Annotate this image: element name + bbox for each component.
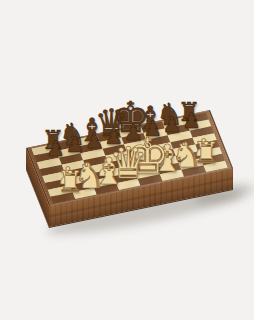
- white-rook-a1[interactable]: ♜: [57, 167, 84, 197]
- black-pawn-b7[interactable]: ♟: [65, 133, 84, 155]
- black-pawn-h7[interactable]: ♟: [182, 109, 201, 131]
- product-photo-scene: ♜♞♝♛♚♝♞♜♟♟♟♟♟♟♟♟♟♟♟♟♟♟♟♟♜♞♝♛♚♝♞♜: [0, 0, 254, 320]
- black-pawn-a7[interactable]: ♟: [46, 137, 65, 159]
- black-pawn-c7[interactable]: ♟: [85, 129, 104, 151]
- pieces-layer: ♜♞♝♛♚♝♞♜♟♟♟♟♟♟♟♟♟♟♟♟♟♟♟♟♜♞♝♛♚♝♞♜: [0, 0, 254, 320]
